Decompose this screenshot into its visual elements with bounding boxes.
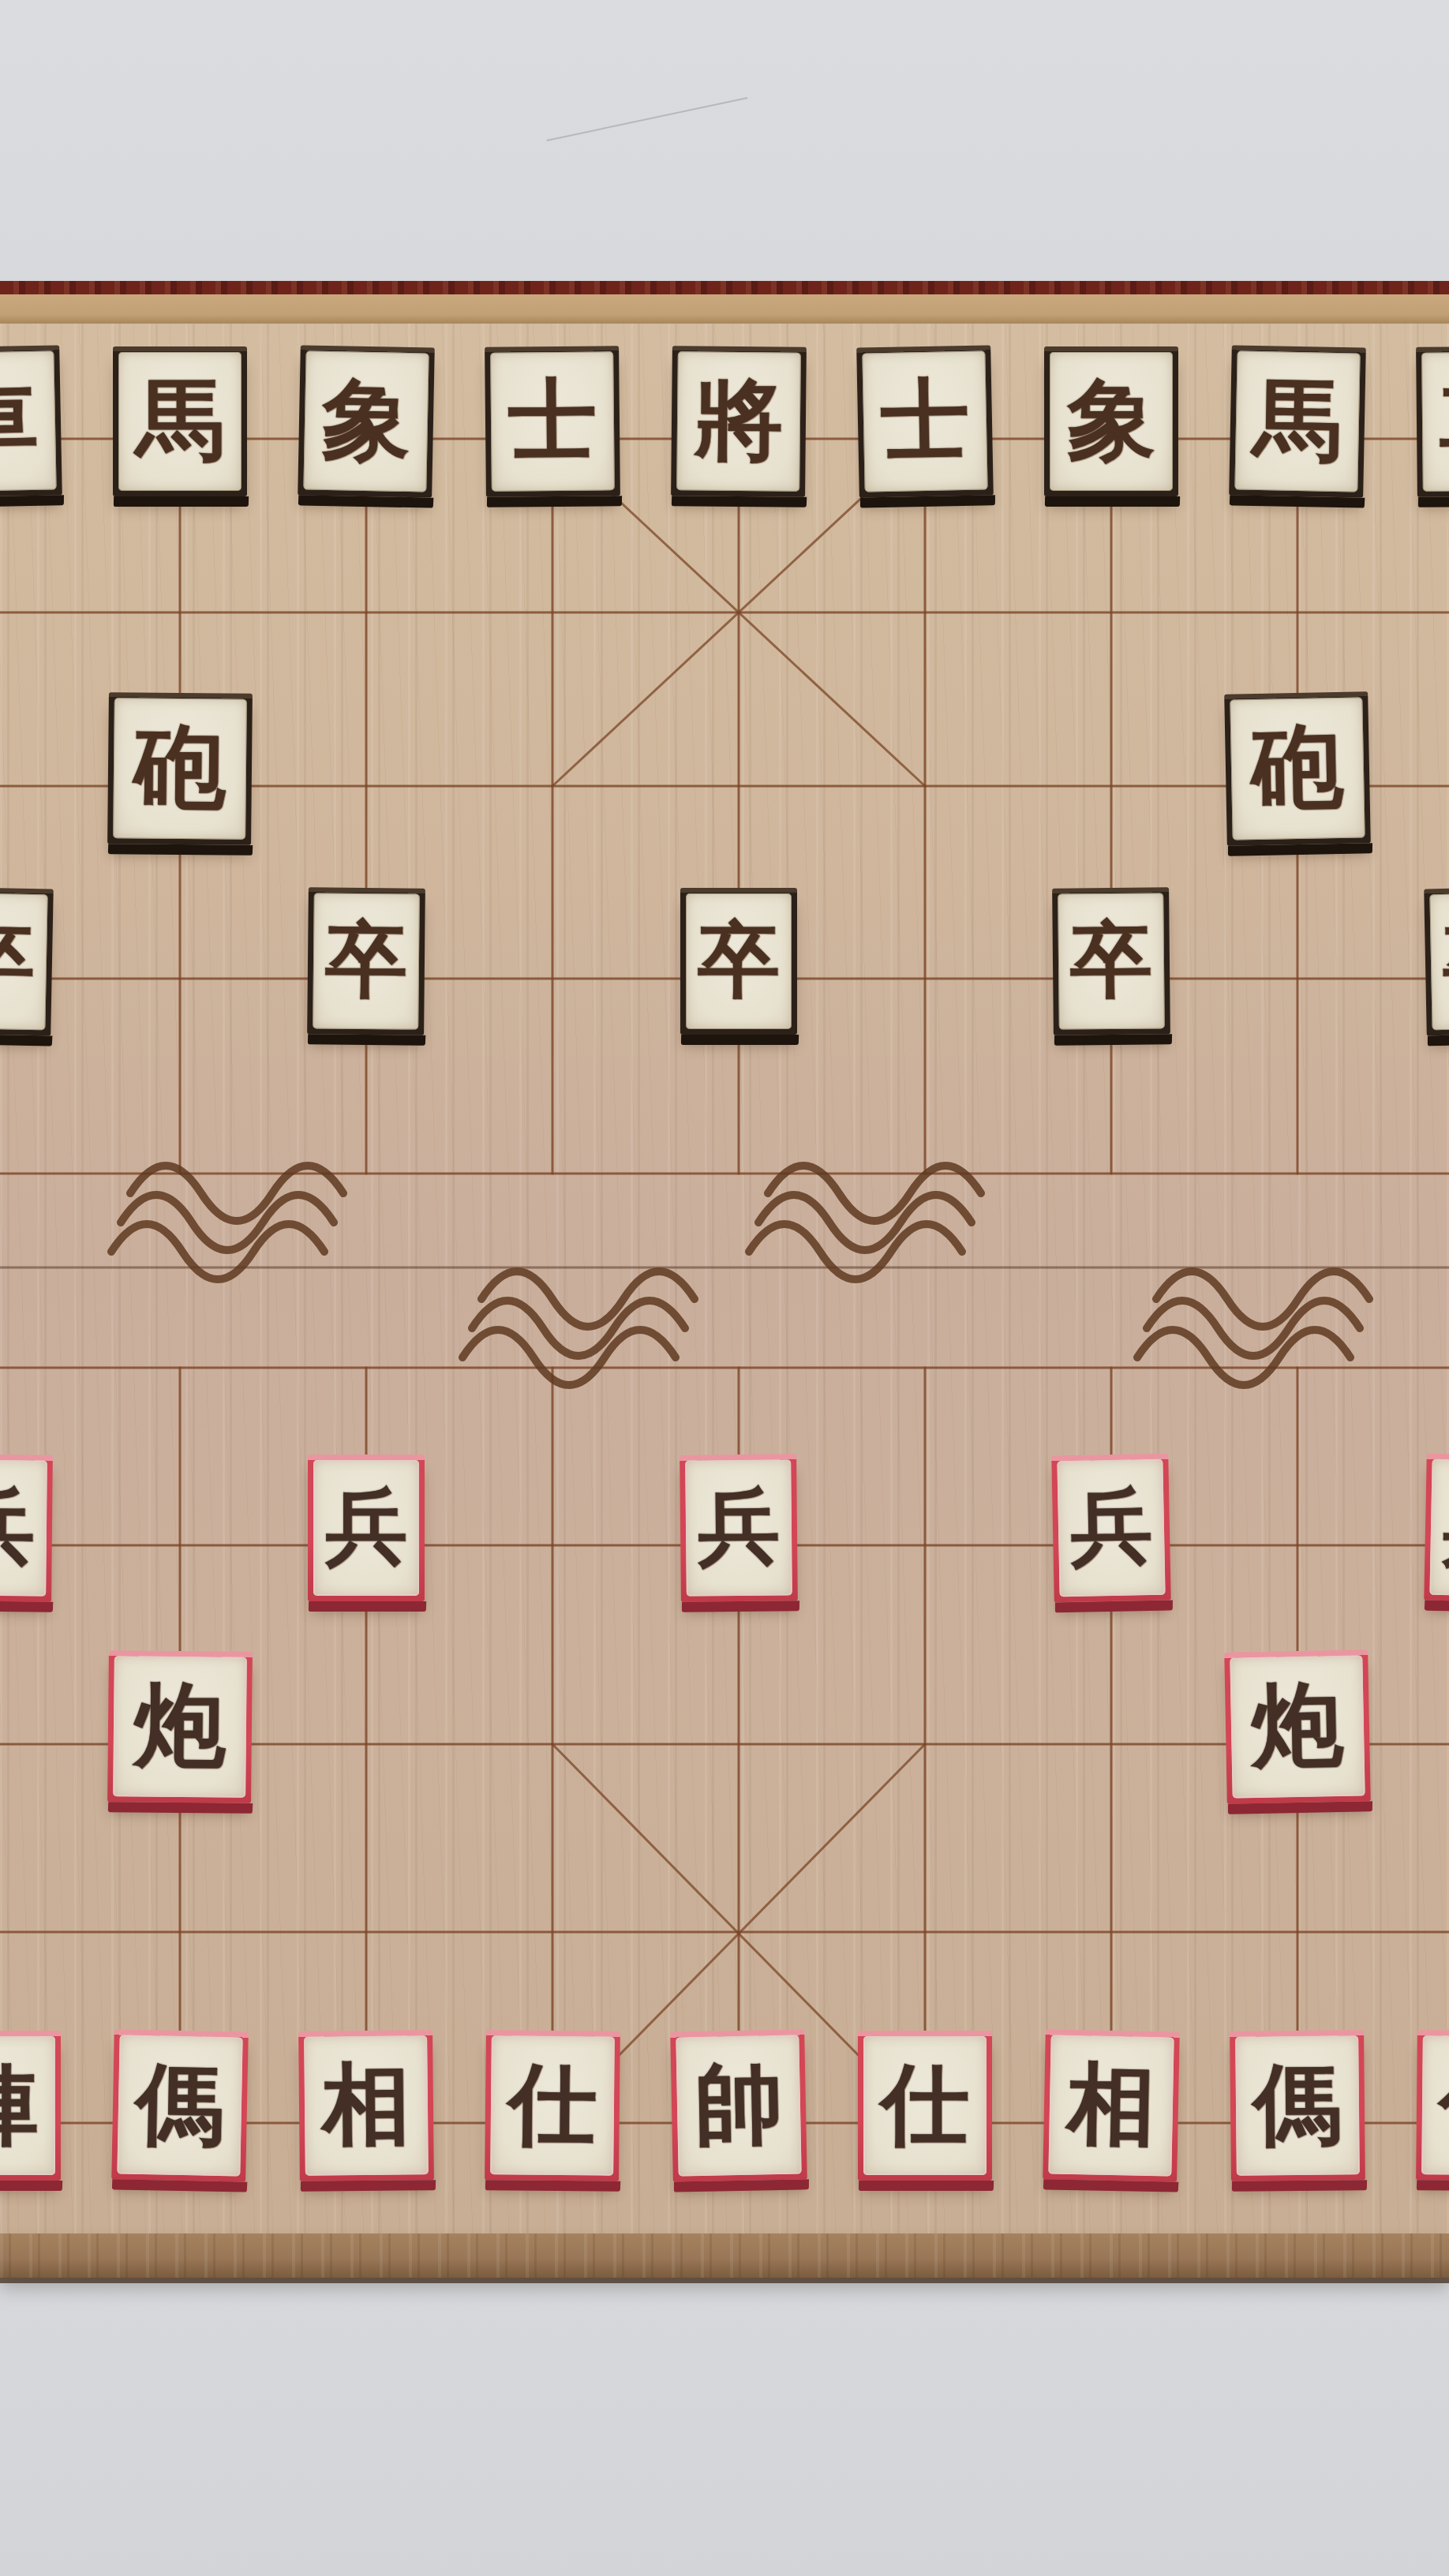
tile-face: 兵 (313, 1460, 419, 1596)
piece-character: 兵 (1069, 1485, 1153, 1568)
tile-face: 士 (862, 351, 987, 492)
black-chariot-i1[interactable]: 車 (1416, 346, 1449, 497)
tile-face: 車 (0, 351, 57, 492)
tile-face: 仕 (490, 2035, 615, 2175)
piece-character: 仕 (507, 2059, 597, 2148)
black-cannon-h3[interactable]: 砲 (1224, 691, 1371, 845)
tile-face: 兵 (1429, 1459, 1449, 1597)
piece-character: 車 (1439, 375, 1449, 464)
black-chariot-a1[interactable]: 車 (0, 345, 62, 497)
red-cannon-b8[interactable]: 炮 (107, 1650, 253, 1803)
tile-face: 馬 (1234, 351, 1360, 492)
tile-face: 兵 (685, 1459, 792, 1596)
tile-face: 車 (1421, 351, 1449, 491)
tile-face: 炮 (1230, 1655, 1365, 1798)
tile-face: 象 (1050, 352, 1173, 491)
tile-face: 馬 (118, 352, 241, 491)
red-soldier-g7[interactable]: 兵 (1051, 1454, 1171, 1603)
piece-character: 卒 (698, 919, 780, 1001)
black-advisor-d1[interactable]: 士 (485, 346, 620, 497)
piece-character: 仕 (881, 2060, 969, 2148)
piece-character: 砲 (1251, 721, 1344, 814)
black-soldier-a4[interactable]: 卒 (0, 887, 54, 1036)
red-soldier-c7[interactable]: 兵 (308, 1455, 425, 1601)
piece-character: 卒 (325, 919, 408, 1002)
tile-face: 砲 (113, 698, 247, 840)
tile-face: 卒 (686, 893, 792, 1029)
piece-character: 兵 (0, 1485, 36, 1568)
piece-character: 士 (507, 375, 597, 464)
red-general-e10[interactable]: 帥 (670, 2029, 807, 2181)
red-horse-h10[interactable]: 傌 (1230, 2030, 1365, 2181)
piece-character: 兵 (325, 1485, 407, 1567)
tile-face: 士 (490, 351, 615, 491)
tile-face: 帥 (676, 2035, 801, 2177)
red-soldier-i7[interactable]: 兵 (1424, 1454, 1449, 1603)
piece-character: 俥 (0, 2060, 38, 2148)
piece-character: 兵 (1442, 1485, 1449, 1568)
red-chariot-i10[interactable]: 俥 (1416, 2030, 1449, 2181)
piece-character: 車 (0, 375, 39, 465)
tile-face: 傌 (1235, 2035, 1360, 2175)
black-horse-b1[interactable]: 馬 (113, 346, 247, 496)
black-soldier-e4[interactable]: 卒 (680, 888, 797, 1035)
red-soldier-a7[interactable]: 兵 (0, 1454, 53, 1601)
black-soldier-i4[interactable]: 卒 (1424, 887, 1449, 1036)
tile-face: 象 (303, 351, 429, 492)
piece-character: 卒 (1442, 918, 1449, 1002)
tile-face: 炮 (113, 1656, 247, 1798)
tile-face: 兵 (0, 1459, 47, 1596)
piece-character: 卒 (0, 918, 36, 1002)
tile-face: 俥 (0, 2036, 55, 2175)
black-horse-h1[interactable]: 馬 (1229, 345, 1366, 497)
red-advisor-f10[interactable]: 仕 (858, 2031, 992, 2181)
tile-face: 砲 (1230, 697, 1365, 840)
piece-character: 傌 (135, 2059, 225, 2149)
piece-character: 傌 (1252, 2059, 1342, 2148)
red-chariot-a10[interactable]: 俥 (0, 2031, 61, 2181)
piece-character: 將 (694, 375, 783, 464)
black-elephant-g1[interactable]: 象 (1044, 346, 1178, 496)
piece-character: 兵 (697, 1485, 780, 1568)
black-cannon-b3[interactable]: 砲 (107, 692, 253, 845)
piece-character: 卒 (1069, 919, 1152, 1002)
photo-frame: 車馬象士將士象馬車砲砲卒卒卒卒卒兵兵兵兵兵炮炮俥傌相仕帥仕相傌俥 (0, 0, 1449, 2576)
tile-face: 傌 (117, 2035, 242, 2177)
piece-character: 炮 (133, 1679, 226, 1771)
red-cannon-h8[interactable]: 炮 (1224, 1649, 1371, 1803)
tile-face: 卒 (1429, 893, 1449, 1031)
piece-character: 象 (1067, 376, 1155, 464)
red-elephant-g10[interactable]: 相 (1043, 2029, 1180, 2181)
piece-character: 士 (880, 375, 970, 465)
piece-character: 馬 (136, 376, 224, 464)
red-horse-b10[interactable]: 傌 (111, 2029, 249, 2181)
black-soldier-c4[interactable]: 卒 (307, 887, 425, 1035)
tile-face: 俥 (1421, 2035, 1449, 2175)
piece-character: 相 (1066, 2059, 1156, 2149)
tile-face: 卒 (1058, 893, 1165, 1029)
piece-character: 炮 (1251, 1679, 1344, 1772)
red-elephant-c10[interactable]: 相 (298, 2030, 434, 2181)
piece-character: 砲 (133, 721, 226, 813)
piece-character: 馬 (1252, 375, 1342, 465)
piece-character: 帥 (694, 2059, 784, 2149)
tile-face: 仕 (863, 2036, 987, 2175)
red-soldier-e7[interactable]: 兵 (680, 1454, 798, 1601)
piece-character: 象 (321, 375, 411, 465)
black-advisor-f1[interactable]: 士 (856, 345, 994, 497)
tile-face: 相 (1048, 2035, 1174, 2177)
tile-face: 將 (676, 351, 801, 491)
tile-face: 相 (304, 2035, 429, 2175)
piece-character: 俥 (1439, 2059, 1449, 2148)
tile-face: 兵 (1057, 1459, 1165, 1597)
tile-face: 卒 (0, 893, 48, 1031)
tile-face: 卒 (313, 893, 420, 1029)
black-soldier-g4[interactable]: 卒 (1052, 887, 1170, 1035)
piece-character: 相 (321, 2059, 410, 2148)
black-general-e1[interactable]: 將 (671, 346, 807, 497)
black-elephant-c1[interactable]: 象 (298, 345, 435, 497)
red-advisor-d10[interactable]: 仕 (485, 2030, 620, 2181)
